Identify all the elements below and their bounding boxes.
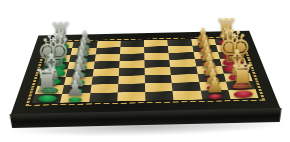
piece-red-pawn[interactable]: ♟ bbox=[205, 75, 225, 99]
piece-green-rook[interactable]: ♜ bbox=[32, 67, 62, 103]
rook-glyph: ♜ bbox=[228, 63, 257, 93]
piece-red-rook[interactable]: ♜ bbox=[228, 63, 258, 99]
piece-green-pawn[interactable]: ♟ bbox=[65, 78, 85, 102]
scene: ♜♞♝♛♚♝♞♜♟♟♟♟♟♟♟♟♟♟♟♟♟♟♟♟♜♞♝♛♚♝♞♜ bbox=[0, 0, 290, 142]
chess-set-photo: ♜♞♝♛♚♝♞♜♟♟♟♟♟♟♟♟♟♟♟♟♟♟♟♟♜♞♝♛♚♝♞♜ bbox=[0, 0, 290, 142]
rook-glyph: ♜ bbox=[32, 67, 61, 97]
pawn-glyph: ♟ bbox=[65, 78, 85, 98]
pawn-glyph: ♟ bbox=[205, 75, 225, 95]
pieces-layer: ♜♞♝♛♚♝♞♜♟♟♟♟♟♟♟♟♟♟♟♟♟♟♟♟♜♞♝♛♚♝♞♜ bbox=[0, 0, 290, 142]
